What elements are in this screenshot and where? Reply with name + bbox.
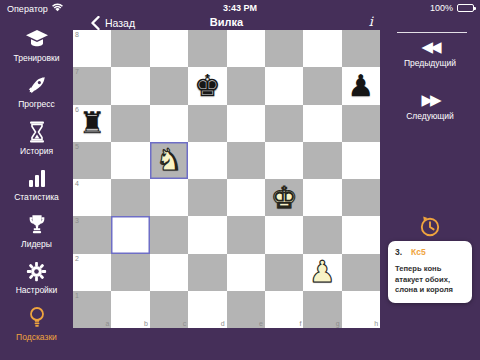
move-number: 3.: [395, 247, 402, 257]
square-e2[interactable]: [227, 254, 265, 291]
square-g6[interactable]: [303, 105, 341, 142]
square-b5[interactable]: [111, 142, 149, 179]
sidebar-item-label: Подсказки: [16, 332, 57, 342]
square-h5[interactable]: [342, 142, 380, 179]
square-a1[interactable]: 1a: [73, 291, 111, 328]
square-e7[interactable]: [227, 67, 265, 104]
square-f4[interactable]: ♚: [265, 179, 303, 216]
square-g1[interactable]: g: [303, 291, 341, 328]
square-b8[interactable]: [111, 30, 149, 67]
square-d7[interactable]: ♚: [188, 67, 226, 104]
square-d4[interactable]: [188, 179, 226, 216]
square-h8[interactable]: [342, 30, 380, 67]
next-button[interactable]: ▶▶ Следующий: [380, 93, 480, 121]
square-f3[interactable]: [265, 216, 303, 253]
info-button[interactable]: i: [369, 14, 373, 29]
lightbulb-icon: [28, 307, 46, 329]
square-c1[interactable]: c: [150, 291, 188, 328]
right-panel: ◀◀ Предыдущий ▶▶ Следующий Инфо 3. Кc5 Т…: [380, 18, 480, 360]
rank-label-4: 4: [75, 180, 79, 187]
black-rook[interactable]: ♜: [79, 108, 106, 138]
sidebar-item-hints[interactable]: Подсказки: [0, 301, 73, 348]
move-notation: Кc5: [411, 247, 426, 257]
square-b1[interactable]: b: [111, 291, 149, 328]
white-knight[interactable]: ♞: [156, 145, 183, 175]
square-d5[interactable]: [188, 142, 226, 179]
bar-chart-icon: [27, 167, 47, 189]
square-f8[interactable]: [265, 30, 303, 67]
square-h3[interactable]: [342, 216, 380, 253]
sidebar-item-label: Лидеры: [21, 239, 52, 249]
square-a4[interactable]: 4: [73, 179, 111, 216]
sidebar-item-statistics[interactable]: Статистика: [0, 162, 73, 209]
rank-label-6: 6: [75, 106, 79, 113]
file-label-a: a: [105, 320, 109, 327]
trophy-icon: [26, 214, 48, 236]
sidebar-item-label: Тренировки: [13, 53, 59, 63]
square-e1[interactable]: e: [227, 291, 265, 328]
square-b6[interactable]: [111, 105, 149, 142]
history-clock-icon: [418, 224, 442, 241]
sidebar: Тренировки Прогресс История: [0, 18, 73, 360]
square-e5[interactable]: [227, 142, 265, 179]
sidebar-item-label: Настройки: [16, 285, 58, 295]
rank-label-1: 1: [75, 292, 79, 299]
square-f6[interactable]: [265, 105, 303, 142]
file-label-f: f: [299, 320, 301, 327]
square-d8[interactable]: [188, 30, 226, 67]
previous-label: Предыдущий: [380, 58, 480, 68]
sidebar-item-trainings[interactable]: Тренировки: [0, 22, 73, 69]
file-label-d: d: [221, 320, 225, 327]
square-g2[interactable]: ♟: [303, 254, 341, 291]
square-b2[interactable]: [111, 254, 149, 291]
square-a6[interactable]: 6♜: [73, 105, 111, 142]
square-e4[interactable]: [227, 179, 265, 216]
file-label-h: h: [374, 320, 378, 327]
rocket-icon: [26, 74, 48, 96]
square-d6[interactable]: [188, 105, 226, 142]
square-e3[interactable]: [227, 216, 265, 253]
file-label-e: e: [259, 320, 263, 327]
panel-separator: [397, 32, 467, 33]
square-c6[interactable]: [150, 105, 188, 142]
chess-board: 87♚♟6♜5♞4♚32♟1abcdefgh: [73, 30, 380, 328]
square-f2[interactable]: [265, 254, 303, 291]
sidebar-item-label: История: [20, 146, 53, 156]
square-h4[interactable]: [342, 179, 380, 216]
square-f1[interactable]: f: [265, 291, 303, 328]
white-pawn[interactable]: ♟: [309, 257, 336, 287]
previous-button[interactable]: ◀◀ Предыдущий: [380, 40, 480, 68]
rank-label-5: 5: [75, 143, 79, 150]
white-king[interactable]: ♚: [271, 183, 298, 213]
square-c7[interactable]: [150, 67, 188, 104]
sidebar-item-leaders[interactable]: Лидеры: [0, 208, 73, 255]
square-b4[interactable]: [111, 179, 149, 216]
black-pawn[interactable]: ♟: [347, 71, 374, 101]
square-d1[interactable]: d: [188, 291, 226, 328]
square-f7[interactable]: [265, 67, 303, 104]
sidebar-item-label: Статистика: [14, 192, 59, 202]
square-g7[interactable]: [303, 67, 341, 104]
square-d2[interactable]: [188, 254, 226, 291]
sidebar-item-progress[interactable]: Прогресс: [0, 69, 73, 116]
square-c4[interactable]: [150, 179, 188, 216]
rank-label-2: 2: [75, 255, 79, 262]
square-c5[interactable]: ♞: [150, 142, 188, 179]
gear-icon: [26, 260, 47, 282]
rewind-icon: ◀◀: [380, 40, 480, 55]
square-a2[interactable]: 2: [73, 254, 111, 291]
square-g5[interactable]: [303, 142, 341, 179]
sidebar-item-history[interactable]: История: [0, 115, 73, 162]
square-e8[interactable]: [227, 30, 265, 67]
hourglass-icon: [28, 121, 46, 143]
square-g3[interactable]: [303, 216, 341, 253]
square-c2[interactable]: [150, 254, 188, 291]
square-e6[interactable]: [227, 105, 265, 142]
file-label-g: g: [336, 320, 340, 327]
square-a8[interactable]: 8: [73, 30, 111, 67]
square-b3[interactable]: [111, 216, 149, 253]
nav-bar: Назад Вилка i: [73, 18, 380, 30]
rank-label-3: 3: [75, 217, 79, 224]
graduation-cap-icon: [25, 28, 49, 50]
square-g4[interactable]: [303, 179, 341, 216]
square-f5[interactable]: [265, 142, 303, 179]
square-h6[interactable]: [342, 105, 380, 142]
fast-forward-icon: ▶▶: [380, 93, 480, 108]
battery-percent: 100%: [430, 3, 453, 13]
hint-tooltip: 3. Кc5 Теперь конь атакует обоих, слона …: [388, 241, 472, 303]
square-a7[interactable]: 7: [73, 67, 111, 104]
sidebar-item-settings[interactable]: Настройки: [0, 255, 73, 302]
square-c3[interactable]: [150, 216, 188, 253]
battery-icon: [457, 4, 474, 12]
square-a5[interactable]: 5: [73, 142, 111, 179]
square-c8[interactable]: [150, 30, 188, 67]
page-title: Вилка: [73, 16, 380, 28]
square-g8[interactable]: [303, 30, 341, 67]
black-king[interactable]: ♚: [194, 71, 221, 101]
status-time: 3:43 PM: [0, 3, 480, 13]
rank-label-7: 7: [75, 68, 79, 75]
square-b7[interactable]: [111, 67, 149, 104]
sidebar-item-label: Прогресс: [18, 99, 55, 109]
square-a3[interactable]: 3: [73, 216, 111, 253]
hint-text: Теперь конь атакует обоих, слона и корол…: [395, 264, 465, 296]
file-label-b: b: [144, 320, 148, 327]
rank-label-8: 8: [75, 31, 79, 38]
file-label-c: c: [183, 320, 187, 327]
square-h2[interactable]: [342, 254, 380, 291]
next-label: Следующий: [380, 111, 480, 121]
square-h1[interactable]: h: [342, 291, 380, 328]
square-h7[interactable]: ♟: [342, 67, 380, 104]
square-d3[interactable]: [188, 216, 226, 253]
